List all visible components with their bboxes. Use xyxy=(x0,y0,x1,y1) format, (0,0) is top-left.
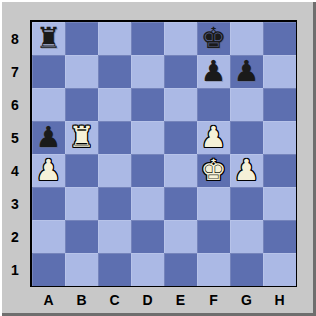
file-label-f: F xyxy=(197,288,230,312)
square-h3[interactable] xyxy=(263,187,296,220)
square-e6[interactable] xyxy=(164,88,197,121)
square-f7[interactable]: ♟ xyxy=(197,55,230,88)
square-d8[interactable] xyxy=(131,22,164,55)
square-c8[interactable] xyxy=(98,22,131,55)
square-c1[interactable] xyxy=(98,253,131,286)
square-d4[interactable] xyxy=(131,154,164,187)
square-b2[interactable] xyxy=(65,220,98,253)
square-a4[interactable]: ♟ xyxy=(32,154,65,187)
square-c2[interactable] xyxy=(98,220,131,253)
square-g3[interactable] xyxy=(230,187,263,220)
square-e3[interactable] xyxy=(164,187,197,220)
rank-label-8: 8 xyxy=(2,22,28,55)
square-d5[interactable] xyxy=(131,121,164,154)
square-h5[interactable] xyxy=(263,121,296,154)
square-g2[interactable] xyxy=(230,220,263,253)
black-pawn-a5[interactable]: ♟ xyxy=(36,121,62,154)
square-h4[interactable] xyxy=(263,154,296,187)
square-c4[interactable] xyxy=(98,154,131,187)
white-pawn-a4[interactable]: ♟ xyxy=(36,154,62,187)
rank-label-1: 1 xyxy=(2,253,28,286)
square-g4[interactable]: ♟ xyxy=(230,154,263,187)
square-b7[interactable] xyxy=(65,55,98,88)
square-a8[interactable]: ♜ xyxy=(32,22,65,55)
rank-label-5: 5 xyxy=(2,121,28,154)
file-labels: ABCDEFGH xyxy=(32,288,296,312)
square-d1[interactable] xyxy=(131,253,164,286)
file-label-b: B xyxy=(65,288,98,312)
black-pawn-f7[interactable]: ♟ xyxy=(201,55,227,88)
file-label-d: D xyxy=(131,288,164,312)
chess-board: ♜♚♟♟♟♜♟♟♚♟ xyxy=(30,20,297,287)
rank-label-2: 2 xyxy=(2,220,28,253)
square-f4[interactable]: ♚ xyxy=(197,154,230,187)
square-b4[interactable] xyxy=(65,154,98,187)
square-g8[interactable] xyxy=(230,22,263,55)
square-g7[interactable]: ♟ xyxy=(230,55,263,88)
square-a6[interactable] xyxy=(32,88,65,121)
black-rook-a8[interactable]: ♜ xyxy=(36,22,62,55)
file-label-a: A xyxy=(32,288,65,312)
square-g6[interactable] xyxy=(230,88,263,121)
square-h6[interactable] xyxy=(263,88,296,121)
square-b3[interactable] xyxy=(65,187,98,220)
rank-label-6: 6 xyxy=(2,88,28,121)
square-f2[interactable] xyxy=(197,220,230,253)
square-d2[interactable] xyxy=(131,220,164,253)
square-a1[interactable] xyxy=(32,253,65,286)
square-h7[interactable] xyxy=(263,55,296,88)
rank-label-3: 3 xyxy=(2,187,28,220)
white-pawn-g4[interactable]: ♟ xyxy=(234,154,260,187)
square-c5[interactable] xyxy=(98,121,131,154)
square-e8[interactable] xyxy=(164,22,197,55)
square-c6[interactable] xyxy=(98,88,131,121)
square-c3[interactable] xyxy=(98,187,131,220)
file-label-e: E xyxy=(164,288,197,312)
black-king-f8[interactable]: ♚ xyxy=(201,22,227,55)
white-pawn-f5[interactable]: ♟ xyxy=(201,121,227,154)
square-e5[interactable] xyxy=(164,121,197,154)
square-a5[interactable]: ♟ xyxy=(32,121,65,154)
square-d3[interactable] xyxy=(131,187,164,220)
square-g5[interactable] xyxy=(230,121,263,154)
square-b8[interactable] xyxy=(65,22,98,55)
file-label-c: C xyxy=(98,288,131,312)
square-f3[interactable] xyxy=(197,187,230,220)
square-e4[interactable] xyxy=(164,154,197,187)
square-a2[interactable] xyxy=(32,220,65,253)
white-rook-b5[interactable]: ♜ xyxy=(69,121,95,154)
square-h1[interactable] xyxy=(263,253,296,286)
square-b1[interactable] xyxy=(65,253,98,286)
square-b6[interactable] xyxy=(65,88,98,121)
square-g1[interactable] xyxy=(230,253,263,286)
square-f5[interactable]: ♟ xyxy=(197,121,230,154)
square-c7[interactable] xyxy=(98,55,131,88)
rank-label-7: 7 xyxy=(2,55,28,88)
file-label-g: G xyxy=(230,288,263,312)
square-h2[interactable] xyxy=(263,220,296,253)
square-e7[interactable] xyxy=(164,55,197,88)
square-f6[interactable] xyxy=(197,88,230,121)
square-e1[interactable] xyxy=(164,253,197,286)
square-a7[interactable] xyxy=(32,55,65,88)
rank-label-4: 4 xyxy=(2,154,28,187)
square-a3[interactable] xyxy=(32,187,65,220)
square-h8[interactable] xyxy=(263,22,296,55)
square-e2[interactable] xyxy=(164,220,197,253)
file-label-h: H xyxy=(263,288,296,312)
square-d7[interactable] xyxy=(131,55,164,88)
board-frame: 87654321 ♜♚♟♟♟♜♟♟♚♟ ABCDEFGH xyxy=(0,0,316,316)
black-pawn-g7[interactable]: ♟ xyxy=(234,55,260,88)
white-king-f4[interactable]: ♚ xyxy=(201,154,227,187)
square-f8[interactable]: ♚ xyxy=(197,22,230,55)
square-d6[interactable] xyxy=(131,88,164,121)
rank-labels: 87654321 xyxy=(2,22,28,286)
square-f1[interactable] xyxy=(197,253,230,286)
square-b5[interactable]: ♜ xyxy=(65,121,98,154)
